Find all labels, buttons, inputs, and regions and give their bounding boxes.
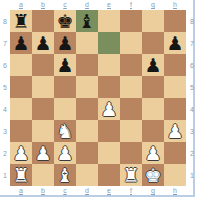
piece-white-bishop[interactable]: ♝	[56, 164, 73, 186]
piece-black-pawn[interactable]: ♟	[166, 32, 183, 54]
square-a2[interactable]: ♟	[10, 142, 32, 164]
square-h5[interactable]	[164, 76, 186, 98]
square-e5[interactable]	[98, 76, 120, 98]
square-b7[interactable]: ♟	[32, 32, 54, 54]
piece-white-rook[interactable]: ♜	[12, 164, 29, 186]
file-labels-bottom: abcdefgh	[10, 186, 186, 196]
file-label-c: c	[54, 0, 76, 10]
file-label-b: b	[32, 0, 54, 10]
file-label-a: a	[10, 0, 32, 10]
file-label-e: e	[98, 0, 120, 10]
square-h2[interactable]	[164, 142, 186, 164]
chess-board[interactable]: ♜♚♝♟♟♟♟♟♟♟♞♟♟♟♟♟♜♝♜♚	[10, 10, 186, 186]
rank-label-6: 6	[0, 54, 10, 76]
file-labels-top: abcdefgh	[10, 0, 186, 10]
square-c5[interactable]	[54, 76, 76, 98]
rank-label-7: 7	[187, 32, 197, 54]
square-h1[interactable]	[164, 164, 186, 186]
square-c1[interactable]: ♝	[54, 164, 76, 186]
square-a4[interactable]	[10, 98, 32, 120]
square-h4[interactable]	[164, 98, 186, 120]
square-b8[interactable]	[32, 10, 54, 32]
square-e7[interactable]	[98, 32, 120, 54]
piece-white-pawn[interactable]: ♟	[34, 142, 51, 164]
square-b2[interactable]: ♟	[32, 142, 54, 164]
square-e4[interactable]: ♟	[98, 98, 120, 120]
square-f8[interactable]	[120, 10, 142, 32]
file-label-a: a	[10, 186, 32, 196]
square-c8[interactable]: ♚	[54, 10, 76, 32]
rank-label-2: 2	[187, 142, 197, 164]
piece-white-knight[interactable]: ♞	[56, 120, 73, 142]
square-g1[interactable]: ♚	[142, 164, 164, 186]
square-f3[interactable]	[120, 120, 142, 142]
file-label-g: g	[142, 0, 164, 10]
chess-app-window: abcdefgh 87654321 ♜♚♝♟♟♟♟♟♟♟♞♟♟♟♟♟♜♝♜♚ 8…	[0, 0, 200, 199]
rank-labels-left: 87654321	[0, 10, 10, 186]
square-g7[interactable]	[142, 32, 164, 54]
file-label-c: c	[54, 186, 76, 196]
square-c4[interactable]	[54, 98, 76, 120]
piece-black-king[interactable]: ♚	[56, 10, 73, 32]
square-f1[interactable]: ♜	[120, 164, 142, 186]
square-g3[interactable]	[142, 120, 164, 142]
piece-white-pawn[interactable]: ♟	[144, 142, 161, 164]
square-e8[interactable]	[98, 10, 120, 32]
square-d6[interactable]	[76, 54, 98, 76]
piece-black-pawn[interactable]: ♟	[144, 54, 161, 76]
file-label-d: d	[76, 186, 98, 196]
square-b1[interactable]	[32, 164, 54, 186]
square-e3[interactable]	[98, 120, 120, 142]
square-h6[interactable]	[164, 54, 186, 76]
square-h7[interactable]: ♟	[164, 32, 186, 54]
square-a8[interactable]: ♜	[10, 10, 32, 32]
square-a5[interactable]	[10, 76, 32, 98]
rank-label-3: 3	[187, 120, 197, 142]
piece-white-pawn[interactable]: ♟	[166, 120, 183, 142]
piece-white-pawn[interactable]: ♟	[12, 142, 29, 164]
file-label-f: f	[120, 0, 142, 10]
rank-label-6: 6	[187, 54, 197, 76]
rank-label-5: 5	[187, 76, 197, 98]
square-d1[interactable]	[76, 164, 98, 186]
square-h3[interactable]: ♟	[164, 120, 186, 142]
piece-black-pawn[interactable]: ♟	[34, 32, 51, 54]
square-g8[interactable]	[142, 10, 164, 32]
rank-label-4: 4	[0, 98, 10, 120]
square-g4[interactable]	[142, 98, 164, 120]
file-label-b: b	[32, 186, 54, 196]
square-a7[interactable]: ♟	[10, 32, 32, 54]
file-label-g: g	[142, 186, 164, 196]
square-f5[interactable]	[120, 76, 142, 98]
square-c3[interactable]: ♞	[54, 120, 76, 142]
square-e2[interactable]	[98, 142, 120, 164]
square-a3[interactable]	[10, 120, 32, 142]
piece-black-pawn[interactable]: ♟	[56, 54, 73, 76]
square-g2[interactable]: ♟	[142, 142, 164, 164]
piece-black-rook[interactable]: ♜	[12, 10, 29, 32]
file-label-h: h	[164, 0, 186, 10]
rank-label-2: 2	[0, 142, 10, 164]
square-f4[interactable]	[120, 98, 142, 120]
square-f6[interactable]	[120, 54, 142, 76]
square-g5[interactable]	[142, 76, 164, 98]
rank-label-8: 8	[187, 10, 197, 32]
piece-black-pawn[interactable]: ♟	[56, 32, 73, 54]
rank-label-3: 3	[0, 120, 10, 142]
square-h8[interactable]	[164, 10, 186, 32]
square-d8[interactable]: ♝	[76, 10, 98, 32]
rank-label-1: 1	[0, 164, 10, 186]
file-label-f: f	[120, 186, 142, 196]
square-c6[interactable]: ♟	[54, 54, 76, 76]
piece-black-pawn[interactable]: ♟	[12, 32, 29, 54]
square-b4[interactable]	[32, 98, 54, 120]
file-label-h: h	[164, 186, 186, 196]
piece-white-pawn[interactable]: ♟	[100, 98, 117, 120]
square-f2[interactable]	[120, 142, 142, 164]
square-a6[interactable]	[10, 54, 32, 76]
file-label-e: e	[98, 186, 120, 196]
square-c2[interactable]: ♟	[54, 142, 76, 164]
rank-labels-right: 87654321	[187, 10, 197, 186]
file-label-d: d	[76, 0, 98, 10]
rank-label-4: 4	[187, 98, 197, 120]
square-b3[interactable]	[32, 120, 54, 142]
rank-label-1: 1	[187, 164, 197, 186]
board-panel: abcdefgh 87654321 ♜♚♝♟♟♟♟♟♟♟♞♟♟♟♟♟♜♝♜♚ 8…	[0, 0, 195, 197]
square-e6[interactable]	[98, 54, 120, 76]
piece-white-pawn[interactable]: ♟	[56, 142, 73, 164]
rank-label-8: 8	[0, 10, 10, 32]
square-g6[interactable]: ♟	[142, 54, 164, 76]
square-b5[interactable]	[32, 76, 54, 98]
square-d5[interactable]	[76, 76, 98, 98]
rank-label-5: 5	[0, 76, 10, 98]
square-e1[interactable]	[98, 164, 120, 186]
square-b6[interactable]	[32, 54, 54, 76]
piece-black-bishop[interactable]: ♝	[78, 10, 95, 32]
square-d7[interactable]	[76, 32, 98, 54]
piece-white-king[interactable]: ♚	[144, 164, 161, 186]
rank-label-7: 7	[0, 32, 10, 54]
square-d2[interactable]	[76, 142, 98, 164]
square-d3[interactable]	[76, 120, 98, 142]
square-f7[interactable]	[120, 32, 142, 54]
square-c7[interactable]: ♟	[54, 32, 76, 54]
piece-white-rook[interactable]: ♜	[122, 164, 139, 186]
square-d4[interactable]	[76, 98, 98, 120]
square-a1[interactable]: ♜	[10, 164, 32, 186]
